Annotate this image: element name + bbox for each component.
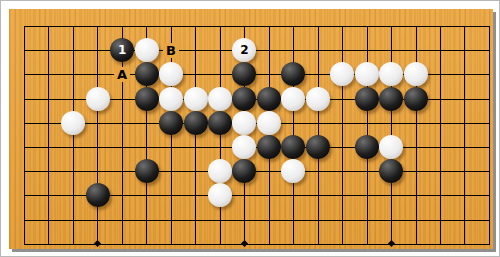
board-point[interactable]	[477, 135, 500, 159]
black-stone	[135, 87, 159, 111]
board-point[interactable]	[428, 87, 452, 111]
board-point[interactable]	[183, 135, 207, 159]
board-point[interactable]	[306, 183, 330, 207]
board-point[interactable]	[159, 87, 183, 111]
board-point[interactable]	[281, 62, 305, 86]
board-point[interactable]	[208, 159, 232, 183]
board-point[interactable]	[12, 159, 36, 183]
board-point[interactable]	[61, 232, 85, 256]
board-point[interactable]	[232, 232, 256, 256]
board-point[interactable]	[428, 208, 452, 232]
black-stone	[379, 87, 403, 111]
board-point[interactable]	[36, 183, 60, 207]
board-point[interactable]	[12, 14, 36, 38]
board-point[interactable]	[281, 87, 305, 111]
board-point[interactable]	[208, 135, 232, 159]
board-point[interactable]	[232, 62, 256, 86]
board-point[interactable]	[134, 232, 158, 256]
move-number: 2	[240, 44, 248, 56]
black-stone	[355, 135, 379, 159]
board-point[interactable]	[183, 208, 207, 232]
board-point[interactable]	[428, 159, 452, 183]
board-point[interactable]	[134, 62, 158, 86]
board-point[interactable]	[379, 14, 403, 38]
black-stone	[306, 135, 330, 159]
board-point[interactable]	[12, 38, 36, 62]
board-point[interactable]	[232, 159, 256, 183]
board-point[interactable]	[306, 232, 330, 256]
board-point[interactable]	[379, 38, 403, 62]
star-point	[94, 240, 101, 247]
board-point[interactable]	[134, 208, 158, 232]
board-point[interactable]	[36, 232, 60, 256]
board-point[interactable]	[281, 135, 305, 159]
board-point[interactable]	[355, 183, 379, 207]
white-stone	[404, 62, 428, 86]
board-point[interactable]	[306, 62, 330, 86]
board-point[interactable]	[477, 183, 500, 207]
board-point[interactable]	[281, 232, 305, 256]
board-point[interactable]	[257, 62, 281, 86]
board-point[interactable]	[477, 38, 500, 62]
board-point[interactable]	[134, 135, 158, 159]
board-point[interactable]	[379, 62, 403, 86]
board-point[interactable]	[85, 159, 109, 183]
board-point[interactable]	[404, 111, 428, 135]
board-point[interactable]	[110, 183, 134, 207]
board-point[interactable]	[477, 208, 500, 232]
board-point[interactable]	[428, 135, 452, 159]
board-point[interactable]	[110, 111, 134, 135]
board-point[interactable]	[36, 135, 60, 159]
board-point[interactable]	[330, 183, 354, 207]
board-point[interactable]	[404, 159, 428, 183]
white-stone	[135, 38, 159, 62]
board-point[interactable]	[85, 208, 109, 232]
board-intersections: 1B2A	[12, 14, 500, 256]
black-stone	[232, 159, 256, 183]
board-point[interactable]	[281, 38, 305, 62]
board-point[interactable]	[159, 111, 183, 135]
board-point[interactable]	[183, 87, 207, 111]
board-point[interactable]	[110, 232, 134, 256]
board-point[interactable]	[36, 62, 60, 86]
board-point[interactable]	[452, 208, 476, 232]
board-point[interactable]	[330, 14, 354, 38]
board-point[interactable]	[355, 208, 379, 232]
board-point[interactable]	[232, 14, 256, 38]
board-point[interactable]	[85, 38, 109, 62]
board-point[interactable]	[12, 183, 36, 207]
black-stone	[135, 62, 159, 86]
board-point[interactable]	[428, 38, 452, 62]
board-point[interactable]	[281, 14, 305, 38]
board-point[interactable]	[281, 208, 305, 232]
move-number: 1	[118, 44, 126, 56]
board-point[interactable]	[61, 135, 85, 159]
board-point[interactable]	[134, 159, 158, 183]
board-point[interactable]	[61, 183, 85, 207]
board-point[interactable]	[355, 111, 379, 135]
black-stone: 1	[110, 38, 134, 62]
board-point[interactable]	[306, 135, 330, 159]
board-point[interactable]	[183, 232, 207, 256]
board-point[interactable]	[281, 111, 305, 135]
board-point[interactable]	[61, 38, 85, 62]
board-point[interactable]	[330, 38, 354, 62]
board-point[interactable]	[355, 159, 379, 183]
board-point[interactable]	[452, 159, 476, 183]
black-stone	[257, 87, 281, 111]
board-point[interactable]	[281, 159, 305, 183]
board-point[interactable]	[452, 62, 476, 86]
board-point[interactable]	[36, 38, 60, 62]
board-point[interactable]	[232, 183, 256, 207]
white-stone	[61, 111, 85, 135]
board-point[interactable]	[36, 87, 60, 111]
board-point[interactable]	[404, 62, 428, 86]
board-point[interactable]	[452, 183, 476, 207]
board-point[interactable]	[404, 183, 428, 207]
board-point[interactable]	[330, 62, 354, 86]
board-point[interactable]	[85, 111, 109, 135]
go-board[interactable]: 1B2A	[9, 9, 493, 249]
board-point[interactable]	[36, 208, 60, 232]
star-point	[388, 240, 395, 247]
white-stone	[159, 87, 183, 111]
board-point[interactable]	[379, 87, 403, 111]
board-point[interactable]	[12, 232, 36, 256]
board-point[interactable]	[404, 232, 428, 256]
board-point[interactable]	[61, 208, 85, 232]
board-point[interactable]	[159, 208, 183, 232]
board-point[interactable]	[477, 87, 500, 111]
board-point[interactable]	[330, 232, 354, 256]
white-stone	[281, 87, 305, 111]
board-point[interactable]	[452, 232, 476, 256]
white-stone	[208, 159, 232, 183]
black-stone	[135, 159, 159, 183]
board-point[interactable]	[306, 208, 330, 232]
board-point[interactable]	[428, 62, 452, 86]
board-point[interactable]	[159, 14, 183, 38]
board-point[interactable]	[379, 111, 403, 135]
white-stone	[306, 87, 330, 111]
star-point	[241, 240, 248, 247]
board-point[interactable]	[477, 14, 500, 38]
board-point[interactable]	[477, 111, 500, 135]
black-stone	[232, 87, 256, 111]
point-label: B	[163, 43, 179, 58]
board-point[interactable]	[257, 14, 281, 38]
board-point[interactable]	[61, 111, 85, 135]
board-point[interactable]	[134, 38, 158, 62]
board-point[interactable]	[110, 87, 134, 111]
board-point[interactable]	[379, 232, 403, 256]
board-point[interactable]	[477, 62, 500, 86]
white-stone	[86, 87, 110, 111]
board-point[interactable]	[159, 62, 183, 86]
board-point[interactable]	[428, 111, 452, 135]
board-point[interactable]	[36, 159, 60, 183]
black-stone	[159, 111, 183, 135]
board-point[interactable]	[428, 232, 452, 256]
board-point[interactable]	[183, 183, 207, 207]
board-point[interactable]	[404, 87, 428, 111]
white-stone	[208, 87, 232, 111]
board-point[interactable]	[330, 135, 354, 159]
board-point[interactable]	[232, 87, 256, 111]
board-point[interactable]	[404, 14, 428, 38]
board-point[interactable]	[355, 38, 379, 62]
black-stone	[86, 183, 110, 207]
board-point[interactable]	[330, 159, 354, 183]
white-stone	[281, 159, 305, 183]
board-point[interactable]	[257, 38, 281, 62]
board-point[interactable]	[208, 14, 232, 38]
board-point[interactable]	[134, 111, 158, 135]
board-point[interactable]	[85, 87, 109, 111]
board-point[interactable]	[355, 87, 379, 111]
board-point[interactable]	[232, 111, 256, 135]
board-point[interactable]	[379, 135, 403, 159]
board-point[interactable]	[306, 159, 330, 183]
board-point[interactable]	[208, 232, 232, 256]
white-stone	[257, 111, 281, 135]
board-point[interactable]	[12, 111, 36, 135]
white-stone	[355, 62, 379, 86]
board-point[interactable]	[477, 159, 500, 183]
white-stone	[379, 135, 403, 159]
board-point[interactable]	[110, 208, 134, 232]
white-stone	[379, 62, 403, 86]
board-point[interactable]	[257, 111, 281, 135]
board-point[interactable]	[452, 111, 476, 135]
white-stone	[232, 111, 256, 135]
board-point[interactable]: 2	[232, 38, 256, 62]
board-point[interactable]: A	[110, 62, 134, 86]
board-point[interactable]	[379, 208, 403, 232]
board-point[interactable]	[257, 159, 281, 183]
board-point[interactable]	[452, 135, 476, 159]
board-point[interactable]	[159, 232, 183, 256]
board-point[interactable]	[208, 208, 232, 232]
white-stone	[159, 62, 183, 86]
board-point[interactable]	[257, 208, 281, 232]
point-label: A	[114, 67, 130, 82]
board-point[interactable]	[110, 14, 134, 38]
black-stone	[257, 135, 281, 159]
board-point[interactable]	[232, 135, 256, 159]
board-point[interactable]	[452, 14, 476, 38]
board-point[interactable]	[355, 232, 379, 256]
board-point[interactable]	[452, 87, 476, 111]
board-point[interactable]	[134, 87, 158, 111]
board-point[interactable]: B	[159, 38, 183, 62]
board-point[interactable]	[379, 183, 403, 207]
board-point[interactable]	[183, 38, 207, 62]
board-point[interactable]	[404, 208, 428, 232]
board-point[interactable]	[355, 135, 379, 159]
board-point[interactable]	[355, 14, 379, 38]
board-point[interactable]	[159, 183, 183, 207]
board-point[interactable]	[61, 62, 85, 86]
board-point[interactable]	[183, 159, 207, 183]
board-point[interactable]	[159, 159, 183, 183]
board-point[interactable]	[306, 14, 330, 38]
board-point[interactable]	[12, 208, 36, 232]
board-point[interactable]	[428, 183, 452, 207]
black-stone	[379, 159, 403, 183]
board-point[interactable]	[428, 14, 452, 38]
black-stone	[355, 87, 379, 111]
board-point[interactable]	[355, 62, 379, 86]
black-stone	[184, 111, 208, 135]
board-point[interactable]	[477, 232, 500, 256]
board-point[interactable]	[36, 111, 60, 135]
board-point[interactable]	[281, 183, 305, 207]
black-stone	[208, 111, 232, 135]
board-point[interactable]	[306, 111, 330, 135]
board-point[interactable]	[404, 135, 428, 159]
board-point[interactable]	[61, 87, 85, 111]
board-point[interactable]	[12, 87, 36, 111]
board-point[interactable]	[306, 38, 330, 62]
board-point[interactable]	[85, 14, 109, 38]
board-point[interactable]	[257, 232, 281, 256]
board-point[interactable]	[85, 232, 109, 256]
board-point[interactable]	[183, 14, 207, 38]
white-stone	[208, 183, 232, 207]
board-point[interactable]	[330, 208, 354, 232]
board-point[interactable]	[404, 38, 428, 62]
board-point[interactable]	[61, 159, 85, 183]
white-stone: 2	[232, 38, 256, 62]
board-point[interactable]	[183, 111, 207, 135]
board-point[interactable]	[379, 159, 403, 183]
board-point[interactable]	[12, 62, 36, 86]
board-point[interactable]	[159, 135, 183, 159]
board-point[interactable]	[110, 135, 134, 159]
board-point[interactable]	[452, 38, 476, 62]
board-point[interactable]	[134, 183, 158, 207]
board-point[interactable]	[257, 183, 281, 207]
board-point[interactable]	[12, 135, 36, 159]
board-point[interactable]	[232, 208, 256, 232]
white-stone	[184, 87, 208, 111]
board-point[interactable]	[36, 14, 60, 38]
board-point[interactable]	[85, 183, 109, 207]
board-point[interactable]	[208, 183, 232, 207]
board-point[interactable]	[61, 14, 85, 38]
board-point[interactable]	[208, 62, 232, 86]
white-stone	[330, 62, 354, 86]
black-stone	[281, 135, 305, 159]
board-point[interactable]	[85, 135, 109, 159]
black-stone	[281, 62, 305, 86]
board-point[interactable]	[330, 111, 354, 135]
board-point[interactable]	[208, 38, 232, 62]
board-point[interactable]	[134, 14, 158, 38]
board-point[interactable]	[257, 135, 281, 159]
black-stone	[232, 62, 256, 86]
board-point[interactable]	[306, 87, 330, 111]
white-stone	[232, 135, 256, 159]
go-diagram-frame: 1B2A	[0, 0, 500, 257]
board-point[interactable]	[208, 87, 232, 111]
board-point[interactable]	[110, 159, 134, 183]
board-point[interactable]	[208, 111, 232, 135]
board-point[interactable]	[183, 62, 207, 86]
board-point[interactable]	[257, 87, 281, 111]
black-stone	[404, 87, 428, 111]
board-point[interactable]	[330, 87, 354, 111]
board-point[interactable]	[85, 62, 109, 86]
board-point[interactable]: 1	[110, 38, 134, 62]
